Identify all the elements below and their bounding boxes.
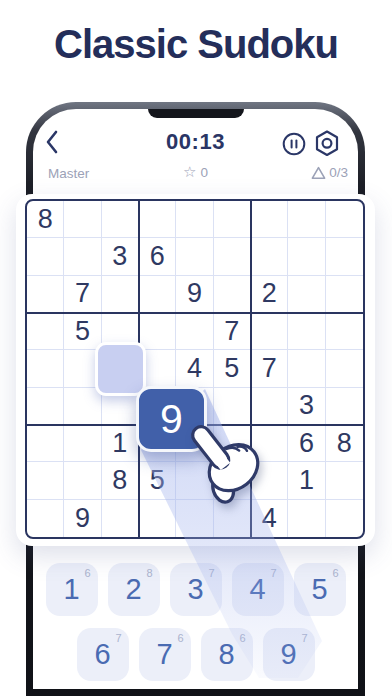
cell-r2c9[interactable] — [326, 238, 363, 275]
app-store-screenshot: Classic Sudoku 00:13 — [0, 0, 392, 696]
cell-r4c4[interactable] — [139, 313, 176, 350]
key-number: 7 — [156, 638, 172, 671]
cell-r4c2[interactable]: 5 — [64, 313, 101, 350]
settings-button[interactable] — [313, 129, 341, 158]
cell-r8c3[interactable]: 8 — [102, 462, 139, 499]
key-remaining-count: 6 — [239, 632, 245, 644]
cell-r6c1[interactable] — [27, 388, 64, 425]
cell-r1c1[interactable]: 8 — [27, 201, 64, 238]
key-6[interactable]: 67 — [77, 628, 129, 681]
key-number: 5 — [311, 573, 327, 606]
cell-r4c9[interactable] — [326, 313, 363, 350]
given-digit: 9 — [75, 503, 90, 534]
pause-icon — [284, 134, 305, 155]
given-digit: 7 — [75, 278, 90, 309]
key-7[interactable]: 76 — [139, 628, 191, 681]
cell-r8c1[interactable] — [27, 462, 64, 499]
given-digit: 3 — [112, 241, 127, 272]
given-digit: 3 — [299, 390, 314, 421]
cell-r1c8[interactable] — [288, 201, 325, 238]
cell-r9c1[interactable] — [27, 500, 64, 537]
key-4[interactable]: 47 — [232, 563, 284, 616]
cell-r1c2[interactable] — [64, 201, 101, 238]
given-digit: 7 — [262, 353, 277, 384]
cell-r5c7[interactable]: 7 — [251, 350, 288, 387]
cell-r2c4[interactable]: 6 — [139, 238, 176, 275]
cell-r1c9[interactable] — [326, 201, 363, 238]
cell-r9c9[interactable] — [326, 500, 363, 537]
status-row: Master ☆ 0 0/3 — [33, 165, 358, 183]
cell-r4c6[interactable]: 7 — [214, 313, 251, 350]
cell-r3c6[interactable] — [214, 276, 251, 313]
cell-r2c1[interactable] — [27, 238, 64, 275]
hand-cursor-icon — [168, 400, 298, 530]
cell-r5c8[interactable] — [288, 350, 325, 387]
cell-r6c2[interactable] — [64, 388, 101, 425]
given-digit: 5 — [224, 353, 239, 384]
star-count: 0 — [200, 165, 208, 180]
cell-r1c6[interactable] — [214, 201, 251, 238]
key-2[interactable]: 28 — [108, 563, 160, 616]
warning-triangle-icon — [311, 166, 326, 180]
given-digit: 6 — [299, 428, 314, 459]
key-remaining-count: 6 — [84, 567, 90, 579]
key-remaining-count: 7 — [208, 567, 214, 579]
key-8[interactable]: 86 — [201, 628, 253, 681]
given-digit: 5 — [150, 465, 165, 496]
key-3[interactable]: 37 — [170, 563, 222, 616]
mistakes-count: 0/3 — [329, 165, 348, 180]
cell-r4c7[interactable] — [251, 313, 288, 350]
given-digit: 7 — [224, 316, 239, 347]
cell-r3c5[interactable]: 9 — [176, 276, 213, 313]
cell-r5c9[interactable] — [326, 350, 363, 387]
key-remaining-count: 7 — [301, 632, 307, 644]
key-remaining-count: 6 — [177, 632, 183, 644]
cell-r7c1[interactable] — [27, 425, 64, 462]
cell-r1c7[interactable] — [251, 201, 288, 238]
key-remaining-count: 8 — [146, 567, 152, 579]
given-digit: 5 — [75, 316, 90, 347]
cell-r5c1[interactable] — [27, 350, 64, 387]
page-title: Classic Sudoku — [0, 22, 392, 67]
star-icon: ☆ — [183, 165, 196, 180]
cell-r3c3[interactable] — [102, 276, 139, 313]
cell-r9c3[interactable] — [102, 500, 139, 537]
key-number: 4 — [249, 573, 265, 606]
key-number: 6 — [94, 638, 110, 671]
key-number: 9 — [280, 638, 296, 671]
cell-r7c2[interactable] — [64, 425, 101, 462]
keypad-row-2: 67768697 — [33, 628, 358, 681]
cell-r2c3[interactable]: 3 — [102, 238, 139, 275]
given-digit: 1 — [112, 428, 127, 459]
phone-notch — [148, 109, 244, 118]
key-number: 1 — [63, 573, 79, 606]
cell-r6c9[interactable] — [326, 388, 363, 425]
cell-r3c9[interactable] — [326, 276, 363, 313]
cell-r2c8[interactable] — [288, 238, 325, 275]
mistakes-counter: 0/3 — [311, 165, 348, 180]
given-digit: 8 — [38, 204, 53, 235]
key-9[interactable]: 97 — [263, 628, 315, 681]
cell-r5c5[interactable]: 4 — [176, 350, 213, 387]
given-digit: 4 — [187, 353, 202, 384]
cell-r4c1[interactable] — [27, 313, 64, 350]
cell-r8c2[interactable] — [64, 462, 101, 499]
key-number: 2 — [125, 573, 141, 606]
cell-r3c2[interactable]: 7 — [64, 276, 101, 313]
key-number: 8 — [218, 638, 234, 671]
cell-r1c3[interactable] — [102, 201, 139, 238]
keypad-row-1: 1628374756 — [33, 563, 358, 616]
given-digit: 8 — [337, 428, 352, 459]
cell-r3c8[interactable] — [288, 276, 325, 313]
key-remaining-count: 6 — [332, 567, 338, 579]
pause-button[interactable] — [282, 132, 306, 156]
box-line — [27, 312, 363, 314]
key-number: 3 — [187, 573, 203, 606]
cell-r2c2[interactable] — [64, 238, 101, 275]
highlight-cell[interactable] — [95, 342, 146, 396]
key-remaining-count: 7 — [270, 567, 276, 579]
given-digit: 2 — [262, 278, 277, 309]
key-5[interactable]: 56 — [294, 563, 346, 616]
cell-r2c6[interactable] — [214, 238, 251, 275]
cell-r3c4[interactable] — [139, 276, 176, 313]
cell-r1c5[interactable] — [176, 201, 213, 238]
settings-hex-nut-icon — [317, 132, 337, 156]
given-digit: 9 — [187, 278, 202, 309]
cell-r7c3[interactable]: 1 — [102, 425, 139, 462]
cell-r2c5[interactable] — [176, 238, 213, 275]
cell-r1c4[interactable] — [139, 201, 176, 238]
cell-r9c2[interactable]: 9 — [64, 500, 101, 537]
cell-r2c7[interactable] — [251, 238, 288, 275]
star-counter: ☆ 0 — [33, 165, 358, 180]
cell-r4c8[interactable] — [288, 313, 325, 350]
key-1[interactable]: 16 — [46, 563, 98, 616]
cell-r4c5[interactable] — [176, 313, 213, 350]
given-digit: 8 — [112, 465, 127, 496]
key-remaining-count: 7 — [115, 632, 121, 644]
cell-r5c6[interactable]: 5 — [214, 350, 251, 387]
timer: 00:13 — [33, 129, 358, 155]
cell-r3c1[interactable] — [27, 276, 64, 313]
cell-r3c7[interactable]: 2 — [251, 276, 288, 313]
cell-r7c9[interactable]: 8 — [326, 425, 363, 462]
given-digit: 1 — [299, 465, 314, 496]
cell-r8c9[interactable] — [326, 462, 363, 499]
given-digit: 6 — [150, 241, 165, 272]
